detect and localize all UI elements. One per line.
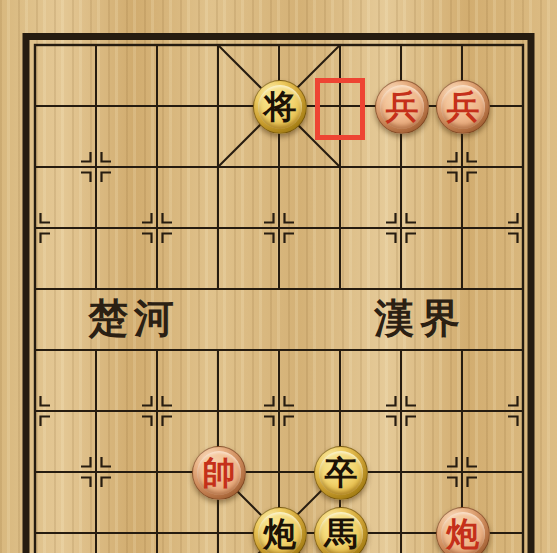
piece-glyph: 馬 xyxy=(325,517,358,550)
piece-glyph: 炮 xyxy=(447,517,480,550)
river-label-han-jie: 漢界 xyxy=(374,296,466,340)
last-move-from-highlight xyxy=(315,78,365,140)
piece-red-soldier-2[interactable]: 兵 xyxy=(436,80,490,134)
piece-red-cannon[interactable]: 炮 xyxy=(436,507,490,553)
xiangqi-board[interactable]: 楚河 漢界 将兵兵帥卒炮馬炮 xyxy=(0,0,557,553)
piece-face: 帥 xyxy=(197,451,241,495)
river-label-chu-he: 楚河 xyxy=(88,296,180,340)
piece-face: 馬 xyxy=(319,512,363,553)
piece-face: 卒 xyxy=(319,451,363,495)
piece-black-cannon[interactable]: 炮 xyxy=(253,507,307,553)
piece-black-general[interactable]: 将 xyxy=(253,80,307,134)
piece-face: 兵 xyxy=(441,85,485,129)
piece-black-horse[interactable]: 馬 xyxy=(314,507,368,553)
piece-face: 将 xyxy=(258,85,302,129)
piece-face: 炮 xyxy=(441,512,485,553)
piece-glyph: 炮 xyxy=(264,517,297,550)
piece-face: 兵 xyxy=(380,85,424,129)
piece-black-soldier[interactable]: 卒 xyxy=(314,446,368,500)
piece-red-general[interactable]: 帥 xyxy=(192,446,246,500)
piece-glyph: 卒 xyxy=(325,456,358,489)
piece-glyph: 将 xyxy=(264,90,297,123)
piece-red-soldier-1[interactable]: 兵 xyxy=(375,80,429,134)
piece-face: 炮 xyxy=(258,512,302,553)
piece-glyph: 帥 xyxy=(203,456,236,489)
piece-glyph: 兵 xyxy=(447,90,480,123)
piece-glyph: 兵 xyxy=(386,90,419,123)
